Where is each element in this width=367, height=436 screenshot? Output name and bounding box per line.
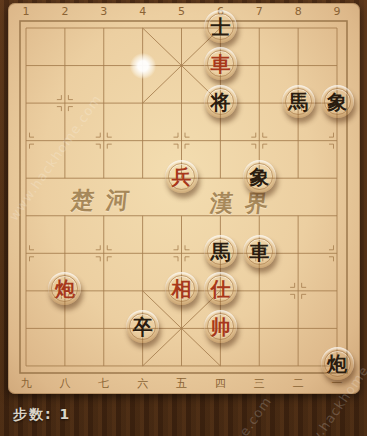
piece-character: 象 — [321, 85, 354, 118]
black-piece-馬[interactable]: 馬 — [282, 85, 315, 118]
xiangqi-app-screen: 123456789 九八七六五四三二一 楚河 漢界 士車将馬象兵象馬車炮相仕卒帅… — [0, 0, 367, 436]
piece-character: 象 — [243, 160, 276, 193]
piece-character: 士 — [204, 10, 237, 43]
red-piece-仕[interactable]: 仕 — [204, 272, 237, 305]
piece-character: 帅 — [204, 310, 237, 343]
piece-character: 仕 — [204, 272, 237, 305]
piece-character: 炮 — [321, 347, 354, 380]
red-piece-車[interactable]: 車 — [204, 47, 237, 80]
black-piece-士[interactable]: 士 — [204, 10, 237, 43]
red-piece-相[interactable]: 相 — [165, 272, 198, 305]
piece-character: 相 — [165, 272, 198, 305]
piece-character: 兵 — [165, 160, 198, 193]
black-piece-馬[interactable]: 馬 — [204, 235, 237, 268]
black-piece-車[interactable]: 車 — [243, 235, 276, 268]
black-piece-将[interactable]: 将 — [204, 85, 237, 118]
move-counter: 步数: 1 — [13, 406, 71, 424]
red-piece-帅[interactable]: 帅 — [204, 310, 237, 343]
piece-character: 将 — [204, 85, 237, 118]
red-piece-兵[interactable]: 兵 — [165, 160, 198, 193]
black-piece-象[interactable]: 象 — [243, 160, 276, 193]
black-piece-卒[interactable]: 卒 — [126, 310, 159, 343]
piece-character: 馬 — [282, 85, 315, 118]
black-piece-炮[interactable]: 炮 — [321, 347, 354, 380]
black-piece-象[interactable]: 象 — [321, 85, 354, 118]
board-grid — [8, 3, 360, 394]
piece-character: 炮 — [48, 272, 81, 305]
red-piece-炮[interactable]: 炮 — [48, 272, 81, 305]
piece-character: 車 — [243, 235, 276, 268]
xiangqi-board[interactable]: 123456789 九八七六五四三二一 楚河 漢界 士車将馬象兵象馬車炮相仕卒帅… — [8, 3, 360, 394]
piece-character: 馬 — [204, 235, 237, 268]
piece-character: 車 — [204, 47, 237, 80]
watermark-text: www.hackhome.com — [176, 394, 275, 436]
piece-character: 卒 — [126, 310, 159, 343]
